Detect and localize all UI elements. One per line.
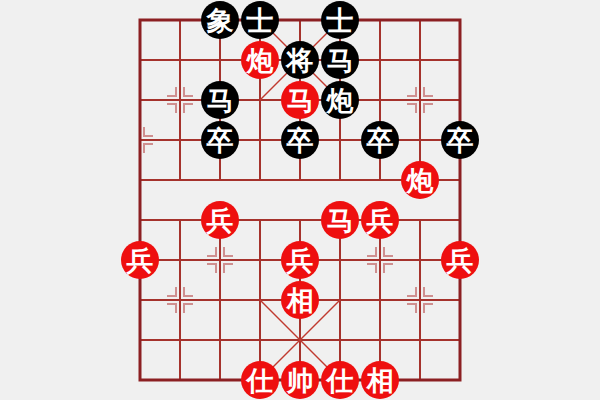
piece-red-soldier[interactable]: 兵	[361, 201, 399, 239]
piece-red-elephant[interactable]: 相	[281, 281, 319, 319]
piece-black-horse[interactable]: 马	[201, 81, 239, 119]
piece-red-soldier[interactable]: 兵	[201, 201, 239, 239]
piece-red-soldier[interactable]: 兵	[441, 241, 479, 279]
piece-black-general[interactable]: 将	[281, 41, 319, 79]
piece-red-general[interactable]: 帅	[281, 361, 319, 399]
piece-red-soldier[interactable]: 兵	[121, 241, 159, 279]
piece-red-advisor[interactable]: 仕	[241, 361, 279, 399]
piece-black-soldier[interactable]: 卒	[201, 121, 239, 159]
xiangqi-screen: 象士士炮将马马马炮卒卒卒卒炮兵马兵兵兵兵相仕帅仕相	[0, 0, 600, 400]
piece-red-advisor[interactable]: 仕	[321, 361, 359, 399]
piece-black-cannon[interactable]: 炮	[321, 81, 359, 119]
piece-black-horse[interactable]: 马	[321, 41, 359, 79]
piece-black-advisor[interactable]: 士	[241, 1, 279, 39]
piece-black-soldier[interactable]: 卒	[281, 121, 319, 159]
piece-red-horse[interactable]: 马	[281, 81, 319, 119]
piece-black-soldier[interactable]: 卒	[441, 121, 479, 159]
piece-black-elephant[interactable]: 象	[201, 1, 239, 39]
piece-red-elephant[interactable]: 相	[361, 361, 399, 399]
piece-red-soldier[interactable]: 兵	[281, 241, 319, 279]
piece-black-soldier[interactable]: 卒	[361, 121, 399, 159]
pieces-layer: 象士士炮将马马马炮卒卒卒卒炮兵马兵兵兵兵相仕帅仕相	[0, 0, 600, 400]
piece-red-cannon[interactable]: 炮	[401, 161, 439, 199]
piece-red-horse[interactable]: 马	[321, 201, 359, 239]
piece-red-cannon[interactable]: 炮	[241, 41, 279, 79]
piece-black-advisor[interactable]: 士	[321, 1, 359, 39]
